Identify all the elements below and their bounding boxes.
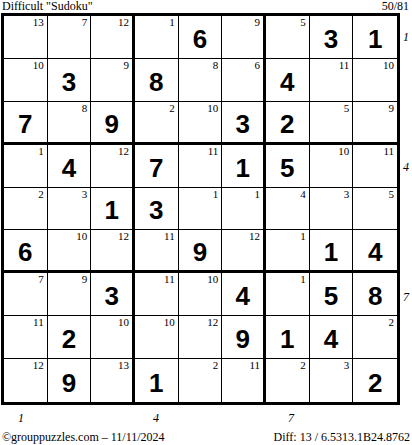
cell-r8c8[interactable]: 4 <box>310 316 354 359</box>
clue-number: 10 <box>118 316 129 329</box>
cell-r6c7[interactable]: 1 <box>266 230 310 273</box>
cell-r1c9[interactable]: 1 <box>353 16 397 59</box>
clue-number: 9 <box>389 102 395 115</box>
clue-number: 8 <box>82 102 88 115</box>
cell-r6c4[interactable]: 11 <box>135 230 179 273</box>
clue-number: 1 <box>255 188 261 201</box>
clue-number: 1 <box>38 145 44 158</box>
given-digit: 2 <box>353 359 397 402</box>
given-digit: 1 <box>310 230 353 270</box>
clue-number: 9 <box>82 273 88 286</box>
titlebar: Difficult "Sudoku" 50/81 <box>2 0 409 13</box>
clue-number: 5 <box>389 188 395 201</box>
cell-r1c6[interactable]: 9 <box>222 16 266 59</box>
cell-r5c3[interactable]: 1 <box>91 188 135 231</box>
given-digit: 2 <box>48 316 91 358</box>
cell-r8c4[interactable]: 10 <box>135 316 179 359</box>
clue-number: 3 <box>344 359 350 372</box>
given-digit: 4 <box>48 145 91 187</box>
given-digit: 4 <box>266 59 309 101</box>
clue-number: 10 <box>207 273 218 286</box>
given-digit: 3 <box>48 59 91 101</box>
cell-r4c2[interactable]: 4 <box>48 145 92 188</box>
clue-number: 13 <box>33 16 44 29</box>
cell-r5c8[interactable]: 3 <box>310 188 354 231</box>
clue-number: 10 <box>33 59 44 72</box>
cell-r8c3[interactable]: 10 <box>91 316 135 359</box>
cell-r4c6[interactable]: 1 <box>222 145 266 188</box>
cell-r4c8[interactable]: 10 <box>310 145 354 188</box>
given-digit: 8 <box>353 273 397 315</box>
clue-number: 10 <box>383 59 394 72</box>
cell-r2c2[interactable]: 3 <box>48 59 92 102</box>
row-label-1: 1 <box>403 31 409 43</box>
cell-r5c9[interactable]: 5 <box>353 188 397 231</box>
cell-r3c9[interactable]: 9 <box>353 102 397 145</box>
cell-r9c4[interactable]: 1 <box>135 359 179 402</box>
given-digit: 9 <box>179 230 222 270</box>
clue-number: 7 <box>82 16 88 29</box>
cell-r1c7[interactable]: 5 <box>266 16 310 59</box>
given-digit: 6 <box>179 16 222 58</box>
clue-number: 10 <box>338 145 349 158</box>
clue-number: 2 <box>213 359 219 372</box>
clue-number: 1 <box>213 188 219 201</box>
clue-number: 8 <box>213 59 219 72</box>
given-digit: 4 <box>222 273 263 315</box>
cell-r7c4[interactable]: 11 <box>135 273 179 316</box>
cell-r3c8[interactable]: 5 <box>310 102 354 145</box>
cell-r9c2[interactable]: 9 <box>48 359 92 402</box>
cell-r3c3[interactable]: 9 <box>91 102 135 145</box>
row-label-4: 4 <box>403 161 409 173</box>
cell-r7c1[interactable]: 7 <box>4 273 48 316</box>
cell-r2c9[interactable]: 10 <box>353 59 397 102</box>
cell-r7c3[interactable]: 3 <box>91 273 135 316</box>
clue-number: 11 <box>383 145 394 158</box>
cell-r6c9[interactable]: 4 <box>353 230 397 273</box>
cell-r1c2[interactable]: 7 <box>48 16 92 59</box>
cell-r5c2[interactable]: 3 <box>48 188 92 231</box>
cell-r2c3[interactable]: 9 <box>91 59 135 102</box>
cell-r6c8[interactable]: 1 <box>310 230 354 273</box>
cell-r6c2[interactable]: 10 <box>48 230 92 273</box>
cell-r8c2[interactable]: 2 <box>48 316 92 359</box>
cell-r6c5[interactable]: 9 <box>179 230 223 273</box>
cell-r2c4[interactable]: 8 <box>135 59 179 102</box>
cell-r9c7[interactable]: 2 <box>266 359 310 402</box>
cell-r6c1[interactable]: 6 <box>4 230 48 273</box>
cell-r2c8[interactable]: 11 <box>310 59 354 102</box>
cell-r4c9[interactable]: 11 <box>353 145 397 188</box>
col-label-4: 4 <box>153 412 159 424</box>
clue-number: 10 <box>207 102 218 115</box>
clue-number: 1 <box>300 230 306 243</box>
clue-number: 2 <box>389 316 395 329</box>
given-digit: 1 <box>135 359 178 402</box>
cell-r8c1[interactable]: 11 <box>4 316 48 359</box>
cell-r8c7[interactable]: 1 <box>266 316 310 359</box>
cell-r4c1[interactable]: 1 <box>4 145 48 188</box>
col-label-1: 1 <box>18 412 24 424</box>
clue-number: 2 <box>38 188 44 201</box>
sudoku-page: Difficult "Sudoku" 50/81 137121695311039… <box>0 0 412 445</box>
given-digit: 3 <box>222 102 263 142</box>
cell-r8c6[interactable]: 9 <box>222 316 266 359</box>
cell-r1c5[interactable]: 6 <box>179 16 223 59</box>
cell-r2c5[interactable]: 8 <box>179 59 223 102</box>
clue-number: 12 <box>118 16 129 29</box>
given-digit: 9 <box>222 316 263 358</box>
cell-r8c5[interactable]: 12 <box>179 316 223 359</box>
given-digit: 5 <box>310 273 353 315</box>
cell-r3c2[interactable]: 8 <box>48 102 92 145</box>
given-digit: 7 <box>135 145 178 187</box>
cell-r6c6[interactable]: 12 <box>222 230 266 273</box>
clue-number: 11 <box>339 59 350 72</box>
col-label-7: 7 <box>288 412 294 424</box>
given-digit: 9 <box>48 359 91 402</box>
given-digit: 7 <box>4 102 47 142</box>
given-digit: 4 <box>310 316 353 358</box>
clue-number: 7 <box>38 273 44 286</box>
clue-number: 12 <box>33 359 44 372</box>
cell-r4c3[interactable]: 12 <box>91 145 135 188</box>
given-digit: 8 <box>135 59 178 101</box>
difficulty-code: Diff: 13 / 6.5313.1B24.8762 <box>274 431 410 444</box>
copyright-date: ©grouppuzzles.com – 11/11/2024 <box>2 431 165 444</box>
cell-r9c1[interactable]: 12 <box>4 359 48 402</box>
clue-number: 9 <box>124 59 130 72</box>
footer: ©grouppuzzles.com – 11/11/2024 Diff: 13 … <box>2 431 410 444</box>
cell-r3c4[interactable]: 2 <box>135 102 179 145</box>
clue-number: 11 <box>249 359 260 372</box>
clue-number: 12 <box>118 145 129 158</box>
given-digit: 3 <box>91 273 132 315</box>
clue-number: 2 <box>169 102 175 115</box>
clue-number: 3 <box>82 188 88 201</box>
cell-r7c9[interactable]: 8 <box>353 273 397 316</box>
cell-r2c6[interactable]: 6 <box>222 59 266 102</box>
cell-r6c3[interactable]: 12 <box>91 230 135 273</box>
cell-r2c7[interactable]: 4 <box>266 59 310 102</box>
cell-r5c4[interactable]: 3 <box>135 188 179 231</box>
cell-r4c5[interactable]: 11 <box>179 145 223 188</box>
clue-number: 2 <box>300 359 306 372</box>
clue-number: 1 <box>300 273 306 286</box>
clue-number: 10 <box>76 230 87 243</box>
clue-number: 3 <box>344 188 350 201</box>
clue-number: 12 <box>118 230 129 243</box>
cell-r5c7[interactable]: 4 <box>266 188 310 231</box>
cell-r7c6[interactable]: 4 <box>222 273 266 316</box>
cell-r7c5[interactable]: 10 <box>179 273 223 316</box>
given-digit: 3 <box>135 188 178 230</box>
cell-r3c7[interactable]: 2 <box>266 102 310 145</box>
clue-number: 11 <box>208 145 219 158</box>
cell-r1c4[interactable]: 1 <box>135 16 179 59</box>
clue-number: 1 <box>169 16 175 29</box>
clue-number: 11 <box>164 273 175 286</box>
given-digit: 1 <box>266 316 309 358</box>
given-digit: 1 <box>91 188 132 230</box>
cell-counter: 50/81 <box>382 0 409 13</box>
clue-number: 5 <box>300 16 306 29</box>
given-digit: 5 <box>266 145 309 187</box>
cell-r1c8[interactable]: 3 <box>310 16 354 59</box>
given-digit: 9 <box>91 102 132 142</box>
sudoku-board: 1371216953110398864111078921032591412711… <box>1 13 400 405</box>
clue-number: 11 <box>33 316 44 329</box>
cell-r3c5[interactable]: 10 <box>179 102 223 145</box>
given-digit: 4 <box>353 230 397 270</box>
clue-number: 12 <box>207 316 218 329</box>
cell-r9c8[interactable]: 3 <box>310 359 354 402</box>
given-digit: 3 <box>310 16 353 58</box>
clue-number: 11 <box>164 230 175 243</box>
cell-r5c5[interactable]: 1 <box>179 188 223 231</box>
cell-r5c1[interactable]: 2 <box>4 188 48 231</box>
cell-r1c1[interactable]: 13 <box>4 16 48 59</box>
cell-r9c9[interactable]: 2 <box>353 359 397 402</box>
puzzle-title: Difficult "Sudoku" <box>2 0 93 13</box>
cell-r9c6[interactable]: 11 <box>222 359 266 402</box>
clue-number: 4 <box>300 188 306 201</box>
cell-r3c1[interactable]: 7 <box>4 102 48 145</box>
cell-r3c6[interactable]: 3 <box>222 102 266 145</box>
cell-r9c5[interactable]: 2 <box>179 359 223 402</box>
clue-number: 12 <box>249 230 260 243</box>
clue-number: 5 <box>344 102 350 115</box>
given-digit: 1 <box>222 145 263 187</box>
cell-r5c6[interactable]: 1 <box>222 188 266 231</box>
cell-r7c7[interactable]: 1 <box>266 273 310 316</box>
clue-number: 6 <box>255 59 261 72</box>
cell-r4c7[interactable]: 5 <box>266 145 310 188</box>
clue-number: 13 <box>118 359 129 372</box>
given-digit: 1 <box>353 16 397 58</box>
cell-r1c3[interactable]: 12 <box>91 16 135 59</box>
cell-r2c1[interactable]: 10 <box>4 59 48 102</box>
row-label-7: 7 <box>403 291 409 303</box>
clue-number: 9 <box>255 16 261 29</box>
cell-r7c8[interactable]: 5 <box>310 273 354 316</box>
cell-r9c3[interactable]: 13 <box>91 359 135 402</box>
cell-r4c4[interactable]: 7 <box>135 145 179 188</box>
cell-r7c2[interactable]: 9 <box>48 273 92 316</box>
cell-r8c9[interactable]: 2 <box>353 316 397 359</box>
clue-number: 10 <box>164 316 175 329</box>
given-digit: 2 <box>266 102 309 142</box>
given-digit: 6 <box>4 230 47 270</box>
